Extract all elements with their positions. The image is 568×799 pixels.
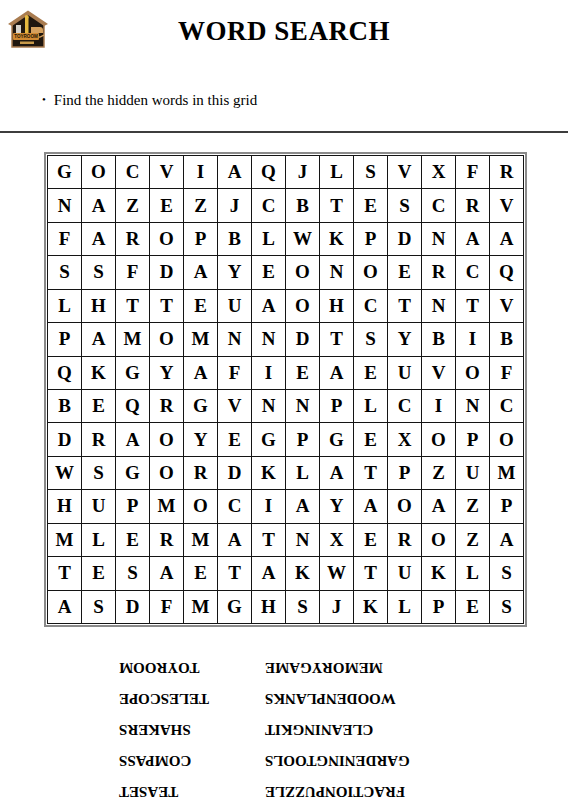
grid-cell[interactable]: P	[116, 490, 149, 522]
grid-cell[interactable]: Y	[150, 357, 183, 389]
grid-cell[interactable]: A	[48, 591, 81, 623]
grid-cell[interactable]: M	[184, 524, 217, 556]
grid-cell[interactable]: N	[48, 189, 81, 221]
grid-cell[interactable]: K	[82, 357, 115, 389]
grid-cell[interactable]: V	[388, 156, 421, 188]
grid-cell[interactable]: E	[388, 256, 421, 288]
grid-cell[interactable]: A	[82, 223, 115, 255]
grid-cell[interactable]: P	[354, 223, 387, 255]
grid-cell[interactable]: A	[422, 490, 455, 522]
grid-cell[interactable]: U	[82, 490, 115, 522]
grid-cell[interactable]: O	[286, 290, 319, 322]
logo-banner-text: TOYROOM	[14, 34, 38, 39]
grid-cell[interactable]: I	[184, 156, 217, 188]
grid-cell[interactable]: A	[490, 524, 523, 556]
grid-cell[interactable]: P	[388, 457, 421, 489]
grid-cell[interactable]: X	[320, 524, 353, 556]
grid-cell[interactable]: V	[422, 357, 455, 389]
grid-cell[interactable]: S	[354, 323, 387, 355]
grid-cell[interactable]: T	[150, 290, 183, 322]
grid-cell[interactable]: A	[252, 290, 285, 322]
grid-cell[interactable]: A	[320, 357, 353, 389]
grid-cell[interactable]: C	[116, 156, 149, 188]
grid-cell[interactable]: A	[252, 557, 285, 589]
grid-cell[interactable]: T	[218, 557, 251, 589]
grid-cell[interactable]: I	[456, 323, 489, 355]
grid-cell[interactable]: R	[82, 423, 115, 455]
grid-cell[interactable]: O	[150, 223, 183, 255]
grid-cell[interactable]: L	[388, 591, 421, 623]
grid-cell[interactable]: P	[48, 323, 81, 355]
grid-cell[interactable]: H	[82, 290, 115, 322]
grid-cell[interactable]: O	[422, 524, 455, 556]
grid-cell[interactable]: S	[286, 591, 319, 623]
grid-cell[interactable]: E	[116, 524, 149, 556]
grid-cell[interactable]: E	[286, 357, 319, 389]
grid-cell[interactable]: F	[116, 256, 149, 288]
word-list: TOYROOMMEMORYGAMETELESCOPEWOODENPLANKSSH…	[0, 652, 568, 799]
grid-cell[interactable]: E	[354, 189, 387, 221]
grid-cell[interactable]: X	[388, 423, 421, 455]
grid-cell[interactable]: R	[490, 156, 523, 188]
word-list-item: WOODENPLANKS	[265, 683, 396, 714]
grid-cell[interactable]: T	[456, 290, 489, 322]
instruction-line: •Find the hidden words in this grid	[42, 90, 257, 109]
grid-cell[interactable]: V	[150, 156, 183, 188]
grid-cell[interactable]: F	[490, 357, 523, 389]
grid-cell[interactable]: K	[252, 457, 285, 489]
grid-cell[interactable]: L	[82, 524, 115, 556]
grid-cell[interactable]: L	[48, 290, 81, 322]
grid-cell[interactable]: M	[184, 591, 217, 623]
grid-cell[interactable]: U	[388, 557, 421, 589]
grid-cell[interactable]: S	[388, 189, 421, 221]
grid-cell[interactable]: E	[252, 256, 285, 288]
grid-cell[interactable]: U	[388, 357, 421, 389]
grid-cell[interactable]: N	[286, 390, 319, 422]
grid-cell[interactable]: N	[456, 390, 489, 422]
grid-cell[interactable]: A	[184, 357, 217, 389]
grid-cell[interactable]: Y	[320, 490, 353, 522]
grid-cell[interactable]: Q	[252, 156, 285, 188]
toyroom-logo: TOYROOM	[8, 10, 48, 50]
grid-cell[interactable]: E	[82, 390, 115, 422]
grid-cell[interactable]: S	[82, 256, 115, 288]
grid-cell[interactable]: K	[320, 223, 353, 255]
grid-cell[interactable]: F	[218, 357, 251, 389]
grid-cell[interactable]: C	[388, 390, 421, 422]
grid-cell[interactable]: B	[48, 390, 81, 422]
grid-cell[interactable]: D	[150, 256, 183, 288]
grid-cell[interactable]: T	[48, 557, 81, 589]
word-list-row: TEASETFRACTIONPUZZLE	[0, 776, 568, 799]
grid-cell[interactable]: N	[422, 223, 455, 255]
grid-cell[interactable]: A	[82, 323, 115, 355]
grid-cell[interactable]: Z	[422, 457, 455, 489]
grid-cell[interactable]: G	[252, 423, 285, 455]
grid-cell[interactable]: G	[218, 591, 251, 623]
grid-cell[interactable]: M	[490, 457, 523, 489]
word-list-item: TEASET	[119, 776, 178, 799]
grid-cell[interactable]: E	[218, 423, 251, 455]
grid-cell[interactable]: F	[150, 591, 183, 623]
word-list-item: TOYROOM	[119, 652, 200, 683]
grid-cell[interactable]: A	[354, 490, 387, 522]
grid-cell[interactable]: S	[490, 557, 523, 589]
grid-cell[interactable]: V	[490, 189, 523, 221]
word-list-row: COMPASSGARDENINGTOOLS	[0, 745, 568, 776]
grid-cell[interactable]: P	[456, 423, 489, 455]
grid-cell[interactable]: C	[490, 390, 523, 422]
grid-cell[interactable]: M	[184, 323, 217, 355]
grid-cell[interactable]: A	[218, 524, 251, 556]
word-search-grid: GOCVIAQJLSVXFRNAZEZJCBTESCRVFAROPBLWKPDN…	[44, 152, 527, 627]
instruction-text: Find the hidden words in this grid	[54, 92, 257, 108]
grid-cell[interactable]: C	[252, 189, 285, 221]
grid-cell[interactable]: P	[490, 490, 523, 522]
grid-cell[interactable]: E	[354, 357, 387, 389]
logo-rocking-horse	[31, 27, 43, 33]
grid-cell[interactable]: A	[218, 156, 251, 188]
grid-cell[interactable]: T	[388, 290, 421, 322]
grid-cell[interactable]: P	[320, 390, 353, 422]
grid-cell[interactable]: G	[116, 457, 149, 489]
grid-cell[interactable]: Z	[184, 189, 217, 221]
grid-cell[interactable]: O	[184, 490, 217, 522]
grid-cell[interactable]: Q	[490, 256, 523, 288]
grid-cell[interactable]: D	[286, 323, 319, 355]
grid-cell[interactable]: N	[252, 390, 285, 422]
grid-cell[interactable]: N	[286, 524, 319, 556]
grid-cell[interactable]: D	[218, 457, 251, 489]
grid-cell[interactable]: W	[286, 223, 319, 255]
grid-cell[interactable]: J	[218, 189, 251, 221]
grid-cell[interactable]: E	[184, 290, 217, 322]
divider	[0, 131, 568, 133]
word-list-item: TELESCOPE	[119, 683, 209, 714]
grid-cell[interactable]: R	[150, 524, 183, 556]
grid-cell[interactable]: L	[252, 223, 285, 255]
grid-cell[interactable]: Z	[456, 524, 489, 556]
grid-cell[interactable]: K	[286, 557, 319, 589]
grid-cell[interactable]: R	[150, 390, 183, 422]
grid-cell[interactable]: W	[48, 457, 81, 489]
grid-cell[interactable]: I	[422, 390, 455, 422]
grid-cell[interactable]: M	[150, 490, 183, 522]
word-list-item: COMPASS	[119, 745, 191, 776]
grid-cell[interactable]: B	[286, 189, 319, 221]
grid-cell[interactable]: Y	[388, 323, 421, 355]
grid-cell[interactable]: Y	[184, 423, 217, 455]
word-list-item: GARDENINGTOOLS	[265, 745, 410, 776]
grid-cell[interactable]: Z	[456, 490, 489, 522]
toyroom-logo-graphic: TOYROOM	[8, 10, 48, 50]
grid-cell[interactable]: C	[456, 256, 489, 288]
grid-cell[interactable]: Y	[218, 256, 251, 288]
grid-cell[interactable]: S	[82, 591, 115, 623]
bullet-icon: •	[42, 93, 46, 105]
grid-cell[interactable]: V	[490, 290, 523, 322]
grid-cell[interactable]: T	[354, 557, 387, 589]
word-list-row: SHAKERSCLEANINGKIT	[0, 714, 568, 745]
grid-cell[interactable]: H	[252, 591, 285, 623]
grid-cell[interactable]: E	[82, 557, 115, 589]
grid-cell[interactable]: Q	[48, 357, 81, 389]
grid-cell[interactable]: O	[456, 357, 489, 389]
grid-cell[interactable]: U	[218, 290, 251, 322]
grid-cell[interactable]: G	[116, 357, 149, 389]
grid-cell[interactable]: P	[184, 223, 217, 255]
grid-cell[interactable]: T	[320, 323, 353, 355]
grid-cell[interactable]: A	[320, 457, 353, 489]
grid-cell[interactable]: I	[252, 357, 285, 389]
grid-cell[interactable]: D	[116, 591, 149, 623]
grid-cells: GOCVIAQJLSVXFRNAZEZJCBTESCRVFAROPBLWKPDN…	[47, 155, 524, 624]
grid-cell[interactable]: S	[82, 457, 115, 489]
grid-cell[interactable]: T	[354, 457, 387, 489]
grid-cell[interactable]: J	[286, 156, 319, 188]
grid-cell[interactable]: P	[422, 591, 455, 623]
grid-cell[interactable]: T	[116, 290, 149, 322]
word-list-item: SHAKERS	[119, 714, 191, 745]
word-list-item: MEMORYGAME	[265, 652, 383, 683]
grid-cell[interactable]: A	[82, 189, 115, 221]
grid-cell[interactable]: C	[354, 290, 387, 322]
grid-cell[interactable]: B	[422, 323, 455, 355]
grid-cell[interactable]: Z	[116, 189, 149, 221]
grid-cell[interactable]: H	[320, 290, 353, 322]
word-list-row: TELESCOPEWOODENPLANKS	[0, 683, 568, 714]
grid-cell[interactable]: S	[116, 557, 149, 589]
grid-cell[interactable]: O	[286, 256, 319, 288]
grid-cell[interactable]: O	[150, 457, 183, 489]
grid-cell[interactable]: R	[456, 189, 489, 221]
grid-cell[interactable]: N	[252, 323, 285, 355]
grid-cell[interactable]: U	[456, 457, 489, 489]
grid-cell[interactable]: Q	[116, 390, 149, 422]
grid-cell[interactable]: S	[48, 256, 81, 288]
grid-cell[interactable]: B	[490, 323, 523, 355]
grid-cell[interactable]: A	[286, 490, 319, 522]
grid-cell[interactable]: R	[184, 457, 217, 489]
grid-cell[interactable]: L	[286, 457, 319, 489]
logo-giraffe	[25, 17, 29, 33]
grid-cell[interactable]: G	[184, 390, 217, 422]
grid-cell[interactable]: N	[218, 323, 251, 355]
logo-sub-banner	[20, 42, 34, 45]
grid-cell[interactable]: F	[48, 223, 81, 255]
page-title: WORD SEARCH	[0, 0, 568, 47]
word-list-item: FRACTIONPUZZLE	[265, 776, 405, 799]
grid-cell[interactable]: A	[490, 223, 523, 255]
grid-cell[interactable]: O	[150, 423, 183, 455]
grid-cell[interactable]: C	[422, 189, 455, 221]
grid-cell[interactable]: O	[490, 423, 523, 455]
grid-cell[interactable]: V	[218, 390, 251, 422]
grid-cell[interactable]: S	[354, 156, 387, 188]
grid-cell[interactable]: S	[490, 591, 523, 623]
grid-cell[interactable]: X	[422, 156, 455, 188]
grid-cell[interactable]: O	[422, 423, 455, 455]
grid-cell[interactable]: M	[116, 323, 149, 355]
grid-cell[interactable]: D	[48, 423, 81, 455]
grid-cell[interactable]: O	[82, 156, 115, 188]
grid-cell[interactable]: K	[354, 591, 387, 623]
grid-cell[interactable]: G	[320, 423, 353, 455]
logo-giraffe-head	[25, 15, 29, 19]
grid-cell[interactable]: F	[456, 156, 489, 188]
grid-cell[interactable]: E	[354, 423, 387, 455]
grid-cell[interactable]: P	[286, 423, 319, 455]
grid-cell[interactable]: K	[422, 557, 455, 589]
grid-cell[interactable]: W	[320, 557, 353, 589]
grid-cell[interactable]: B	[218, 223, 251, 255]
grid-cell[interactable]: H	[48, 490, 81, 522]
grid-cell[interactable]: A	[184, 256, 217, 288]
grid-cell[interactable]: L	[354, 390, 387, 422]
grid-cell[interactable]: E	[150, 189, 183, 221]
grid-cell[interactable]: A	[456, 223, 489, 255]
grid-cell[interactable]: A	[116, 423, 149, 455]
word-list-item: CLEANINGKIT	[265, 714, 373, 745]
grid-cell[interactable]: T	[252, 524, 285, 556]
grid-cell[interactable]: C	[218, 490, 251, 522]
grid-cell[interactable]: L	[456, 557, 489, 589]
grid-cell[interactable]: A	[150, 557, 183, 589]
grid-cell[interactable]: G	[48, 156, 81, 188]
grid-cell[interactable]: E	[456, 591, 489, 623]
word-list-row: TOYROOMMEMORYGAME	[0, 652, 568, 683]
grid-cell[interactable]: R	[422, 256, 455, 288]
grid-cell[interactable]: O	[354, 256, 387, 288]
logo-white-block	[16, 25, 21, 34]
grid-cell[interactable]: O	[150, 323, 183, 355]
grid-cell[interactable]: J	[320, 591, 353, 623]
grid-cell[interactable]: N	[422, 290, 455, 322]
grid-cell[interactable]: N	[320, 256, 353, 288]
grid-cell[interactable]: L	[320, 156, 353, 188]
grid-cell[interactable]: D	[388, 223, 421, 255]
grid-cell[interactable]: M	[48, 524, 81, 556]
grid-cell[interactable]: R	[116, 223, 149, 255]
grid-cell[interactable]: E	[184, 557, 217, 589]
grid-cell[interactable]: O	[388, 490, 421, 522]
grid-cell[interactable]: I	[252, 490, 285, 522]
grid-cell[interactable]: E	[354, 524, 387, 556]
grid-cell[interactable]: T	[320, 189, 353, 221]
grid-cell[interactable]: R	[388, 524, 421, 556]
